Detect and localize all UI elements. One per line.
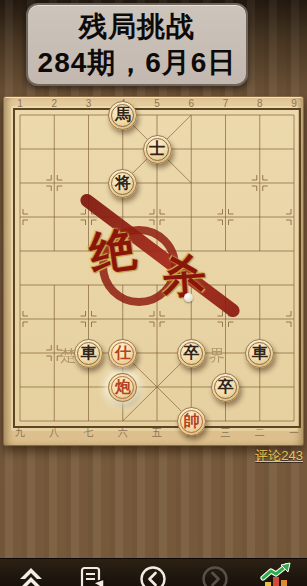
piece-red-炮[interactable]: 炮 [108,373,137,402]
piece-char: 仕 [115,345,131,361]
stats-chart-icon[interactable] [259,562,293,586]
piece-char: 士 [149,141,165,157]
banner-issue-date: 284期，6月6日 [38,45,237,81]
undo-move-icon[interactable] [136,562,170,586]
piece-char: 車 [81,345,97,361]
piece-char: 炮 [115,379,131,395]
piece-red-帥[interactable]: 帥 [177,407,206,436]
collapse-up-icon[interactable] [14,562,48,586]
piece-black-将[interactable]: 将 [108,169,137,198]
piece-char: 帥 [183,413,199,429]
piece-black-卒[interactable]: 卒 [211,373,240,402]
comments-link[interactable]: 评论243 [255,447,303,465]
pieces-layer: 馬士将車仕卒車炮卒帥 [3,98,307,438]
piece-char: 卒 [183,345,199,361]
piece-red-仕[interactable]: 仕 [108,339,137,368]
moves-book-icon[interactable] [75,562,109,586]
redo-move-icon[interactable] [198,562,232,586]
challenge-banner: 残局挑战 284期，6月6日 [26,3,248,86]
piece-char: 馬 [115,107,131,123]
piece-char: 車 [252,345,268,361]
bottom-navbar [0,558,307,586]
piece-char: 将 [115,175,131,191]
piece-char: 卒 [218,379,234,395]
piece-black-馬[interactable]: 馬 [108,101,137,130]
piece-black-卒[interactable]: 卒 [177,339,206,368]
banner-title: 残局挑战 [79,9,195,45]
xiangqi-board[interactable]: 123456789 九八七六五四三二一 楚河 漢界 绝 杀 馬士将車仕卒車炮卒帥 [3,96,304,446]
piece-black-車[interactable]: 車 [74,339,103,368]
piece-black-士[interactable]: 士 [143,135,172,164]
piece-black-車[interactable]: 車 [245,339,274,368]
